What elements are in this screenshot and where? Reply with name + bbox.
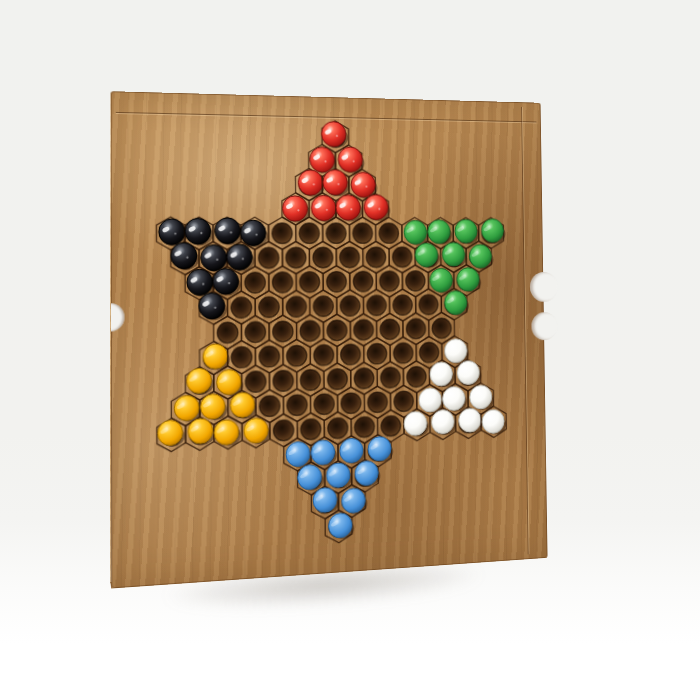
peg-red bbox=[310, 147, 335, 172]
peg-red bbox=[283, 196, 308, 221]
board-face bbox=[111, 91, 548, 588]
hole bbox=[366, 247, 386, 267]
hex-engraving bbox=[255, 340, 283, 373]
hex-engraving bbox=[325, 510, 352, 544]
hole bbox=[341, 393, 361, 414]
hole bbox=[329, 516, 349, 538]
peg-sparkle bbox=[230, 231, 232, 233]
peg-sparkle bbox=[228, 282, 230, 284]
peg-highlight bbox=[288, 448, 297, 456]
peg-shadow bbox=[161, 224, 187, 246]
peg-highlight bbox=[313, 447, 322, 455]
hex-engraving bbox=[199, 242, 227, 275]
hole bbox=[245, 371, 266, 392]
hole bbox=[175, 398, 196, 420]
hex-engraving bbox=[214, 366, 242, 400]
hole bbox=[419, 342, 438, 363]
hex-engraving bbox=[157, 418, 186, 452]
peg-blue bbox=[298, 464, 322, 490]
hole bbox=[301, 468, 321, 490]
peg-highlight bbox=[176, 402, 186, 410]
peg-shadow bbox=[288, 447, 312, 468]
peg-shadow bbox=[173, 248, 199, 270]
hex-engraving bbox=[270, 414, 298, 448]
hole bbox=[189, 423, 210, 445]
peg-yellow bbox=[174, 395, 199, 421]
peg-black bbox=[171, 243, 197, 269]
peg-red bbox=[336, 195, 360, 220]
hole bbox=[313, 296, 333, 317]
peg-shadow bbox=[229, 250, 254, 272]
hole bbox=[259, 346, 279, 367]
hole bbox=[217, 322, 238, 343]
peg-black bbox=[159, 219, 185, 245]
peg-red bbox=[311, 195, 336, 220]
peg-shadow bbox=[344, 493, 367, 515]
peg-shadow bbox=[203, 399, 228, 421]
peg-shadow bbox=[160, 425, 185, 447]
peg-highlight bbox=[299, 471, 308, 479]
hole bbox=[189, 223, 210, 244]
peg-shadow bbox=[201, 298, 227, 320]
hex-engraving bbox=[241, 266, 269, 299]
hole bbox=[273, 321, 293, 342]
finger-notch-left bbox=[96, 303, 125, 332]
hole bbox=[328, 466, 348, 488]
peg-shadow bbox=[189, 275, 215, 297]
hex-engraving bbox=[241, 217, 269, 249]
peg-highlight bbox=[243, 227, 252, 235]
hole bbox=[286, 247, 306, 268]
peg-shadow bbox=[285, 201, 310, 222]
hole bbox=[315, 492, 335, 514]
hole bbox=[161, 424, 182, 446]
peg-sparkle bbox=[202, 283, 204, 285]
peg-highlight bbox=[190, 276, 199, 284]
peg-highlight bbox=[315, 494, 324, 502]
peg-black bbox=[240, 220, 265, 246]
hole bbox=[299, 223, 319, 243]
hex-engraving bbox=[242, 415, 270, 449]
hole bbox=[392, 247, 411, 267]
hole bbox=[340, 247, 360, 267]
hole bbox=[393, 295, 412, 315]
hex-engraving bbox=[296, 266, 323, 298]
peg-red bbox=[298, 170, 323, 195]
peg-black bbox=[199, 293, 225, 319]
peg-red bbox=[351, 172, 375, 197]
hex-engraving bbox=[284, 438, 312, 472]
hole bbox=[381, 367, 401, 388]
peg-shadow bbox=[177, 401, 202, 423]
hex-engraving bbox=[241, 316, 269, 349]
peg-red bbox=[338, 147, 362, 172]
peg-highlight bbox=[232, 399, 241, 407]
peg-blue bbox=[342, 488, 365, 514]
hex-engraving bbox=[227, 291, 255, 324]
hole bbox=[327, 369, 347, 390]
hex-engraving bbox=[283, 339, 310, 372]
hole bbox=[355, 416, 375, 437]
hex-engraving bbox=[269, 315, 297, 348]
peg-red bbox=[321, 121, 346, 146]
hole bbox=[354, 319, 374, 340]
hex-engraving bbox=[297, 413, 324, 446]
peg-yellow bbox=[214, 419, 239, 445]
hex-engraving bbox=[255, 291, 283, 324]
hole bbox=[232, 396, 253, 418]
hole bbox=[353, 271, 373, 291]
peg-blue bbox=[328, 513, 352, 539]
hex-engraving bbox=[310, 339, 337, 372]
peg-red bbox=[323, 170, 348, 195]
hole bbox=[327, 320, 347, 341]
hex-engraving bbox=[228, 390, 256, 424]
hole bbox=[342, 490, 362, 512]
peg-highlight bbox=[341, 445, 350, 453]
peg-yellow bbox=[158, 420, 183, 446]
peg-black bbox=[213, 268, 239, 294]
hex-engraving bbox=[282, 242, 309, 274]
hex-engraving bbox=[171, 242, 199, 275]
hex-engraving bbox=[283, 290, 310, 323]
peg-shadow bbox=[189, 374, 214, 395]
hole bbox=[314, 443, 334, 465]
peg-highlight bbox=[216, 426, 225, 434]
peg-highlight bbox=[205, 350, 214, 358]
peg-highlight bbox=[285, 203, 293, 210]
hole bbox=[407, 366, 426, 387]
peg-shadow bbox=[246, 423, 270, 445]
hole bbox=[218, 422, 239, 444]
hex-engraving bbox=[200, 391, 228, 425]
peg-blue bbox=[340, 438, 363, 463]
hex-engraving bbox=[311, 437, 338, 471]
hole bbox=[353, 223, 373, 243]
hole bbox=[259, 395, 280, 417]
hole bbox=[258, 248, 278, 269]
hole bbox=[367, 343, 387, 364]
hole bbox=[245, 223, 265, 244]
hex-engraving bbox=[338, 484, 365, 518]
hole bbox=[314, 345, 334, 366]
hole bbox=[327, 271, 347, 292]
peg-shadow bbox=[313, 445, 337, 466]
peg-highlight bbox=[229, 251, 238, 259]
hex-engraving bbox=[256, 389, 284, 423]
hex-engraving bbox=[199, 292, 227, 325]
peg-black bbox=[187, 269, 213, 295]
hole bbox=[354, 368, 374, 389]
peg-shadow bbox=[215, 274, 241, 296]
hole bbox=[419, 294, 438, 314]
peg-yellow bbox=[244, 418, 268, 444]
peg-yellow bbox=[203, 344, 228, 369]
hole bbox=[381, 415, 401, 436]
scene bbox=[114, 96, 560, 570]
hole bbox=[217, 223, 238, 244]
hole bbox=[259, 297, 279, 318]
peg-sparkle bbox=[174, 233, 176, 235]
peg-sparkle bbox=[200, 232, 202, 234]
hole bbox=[314, 394, 334, 415]
hole bbox=[245, 272, 266, 293]
peg-blue bbox=[355, 461, 378, 486]
hex-engraving bbox=[268, 217, 295, 249]
peg-highlight bbox=[188, 375, 198, 383]
peg-yellow bbox=[188, 418, 213, 444]
peg-sparkle bbox=[214, 307, 216, 309]
hex-engraving bbox=[297, 462, 324, 496]
hole bbox=[300, 369, 320, 390]
peg-shadow bbox=[203, 250, 229, 272]
peg-shadow bbox=[233, 398, 257, 419]
hex-engraving bbox=[324, 412, 351, 445]
hex-engraving bbox=[325, 461, 352, 495]
peg-shadow bbox=[190, 424, 215, 446]
hole bbox=[287, 345, 307, 366]
peg-shadow bbox=[187, 224, 213, 246]
hex-engraving bbox=[228, 341, 256, 374]
hole bbox=[203, 297, 224, 318]
peg-shadow bbox=[243, 226, 268, 248]
hole bbox=[231, 347, 252, 368]
peg-highlight bbox=[202, 401, 212, 409]
peg-blue bbox=[311, 440, 335, 465]
hole bbox=[368, 392, 388, 413]
hole bbox=[287, 394, 307, 415]
hex-engraving bbox=[185, 267, 213, 300]
hex-engraving bbox=[227, 242, 255, 275]
hole bbox=[245, 322, 266, 343]
hex-engraving bbox=[297, 364, 324, 397]
peg-yellow bbox=[230, 392, 254, 418]
peg-sparkle bbox=[186, 256, 188, 258]
peg-shadow bbox=[329, 468, 353, 489]
hole bbox=[393, 343, 412, 364]
peg-highlight bbox=[202, 300, 211, 308]
peg-highlight bbox=[301, 177, 309, 184]
peg-highlight bbox=[218, 225, 227, 233]
peg-highlight bbox=[343, 495, 352, 503]
hole bbox=[406, 319, 425, 340]
peg-highlight bbox=[216, 275, 225, 283]
hex-engraving bbox=[311, 486, 338, 520]
peg-shadow bbox=[331, 518, 355, 540]
hole bbox=[203, 397, 224, 419]
hex-engraving bbox=[242, 365, 270, 398]
peg-highlight bbox=[174, 250, 183, 258]
hex-engraving bbox=[213, 267, 241, 300]
peg-highlight bbox=[218, 376, 227, 384]
peg-highlight bbox=[246, 425, 255, 433]
hole bbox=[367, 295, 387, 316]
hole bbox=[217, 372, 238, 394]
hole bbox=[380, 271, 400, 291]
hex-engraving bbox=[282, 193, 309, 225]
hole bbox=[287, 444, 307, 466]
peg-shadow bbox=[315, 493, 339, 515]
hole bbox=[189, 273, 210, 294]
hex-engraving bbox=[186, 417, 215, 451]
peg-black bbox=[185, 218, 211, 244]
peg-shadow bbox=[219, 375, 243, 396]
hole bbox=[341, 344, 361, 365]
hole bbox=[231, 248, 252, 269]
peg-highlight bbox=[188, 225, 197, 233]
peg-sparkle bbox=[216, 258, 218, 260]
hex-engraving bbox=[213, 316, 241, 349]
hole bbox=[286, 296, 306, 317]
hole bbox=[231, 297, 252, 318]
hole bbox=[313, 247, 333, 268]
product-photo bbox=[0, 0, 700, 700]
hex-engraving bbox=[171, 392, 200, 426]
hole bbox=[326, 223, 346, 243]
hex-engraving bbox=[283, 389, 310, 422]
hole bbox=[380, 319, 400, 340]
peg-shadow bbox=[300, 470, 324, 492]
peg-yellow bbox=[217, 369, 241, 394]
peg-highlight bbox=[159, 427, 169, 435]
hex-engraving bbox=[185, 367, 213, 401]
hex-engraving bbox=[255, 242, 283, 274]
hole bbox=[189, 373, 210, 395]
hole bbox=[300, 320, 320, 341]
hole bbox=[246, 421, 267, 443]
hole bbox=[394, 391, 414, 412]
peg-sparkle bbox=[297, 209, 299, 211]
hole bbox=[174, 248, 195, 269]
peg-black bbox=[227, 244, 252, 270]
hex-engraving bbox=[296, 315, 323, 348]
peg-highlight bbox=[190, 425, 200, 433]
hex-engraving bbox=[311, 388, 338, 421]
hole bbox=[203, 347, 224, 369]
peg-shadow bbox=[216, 425, 240, 447]
hole bbox=[203, 248, 224, 269]
hole bbox=[286, 199, 306, 220]
peg-shadow bbox=[205, 349, 230, 370]
hole bbox=[301, 419, 321, 441]
peg-highlight bbox=[162, 226, 171, 234]
peg-grid bbox=[111, 91, 548, 588]
hex-engraving bbox=[185, 217, 213, 250]
peg-red bbox=[364, 195, 388, 220]
hex-engraving bbox=[213, 217, 241, 250]
hex-engraving bbox=[214, 416, 242, 450]
peg-black bbox=[201, 245, 227, 271]
hole bbox=[432, 318, 451, 338]
peg-black bbox=[215, 218, 241, 244]
hole bbox=[217, 272, 238, 293]
hex-engraving bbox=[269, 364, 297, 397]
peg-blue bbox=[286, 441, 310, 467]
peg-blue bbox=[313, 487, 337, 513]
hex-engraving bbox=[156, 217, 185, 250]
hole bbox=[272, 223, 292, 244]
chinese-checkers-board bbox=[111, 91, 548, 588]
peg-highlight bbox=[328, 469, 337, 477]
peg-blue bbox=[326, 462, 350, 487]
hole bbox=[406, 271, 425, 291]
hole bbox=[160, 223, 181, 244]
hole bbox=[272, 272, 292, 293]
hole bbox=[273, 420, 293, 442]
hole bbox=[328, 417, 348, 438]
peg-sparkle bbox=[255, 234, 257, 236]
hole bbox=[340, 296, 360, 317]
peg-highlight bbox=[204, 252, 213, 260]
hex-engraving bbox=[269, 266, 297, 299]
peg-yellow bbox=[187, 368, 212, 394]
peg-highlight bbox=[330, 520, 339, 528]
peg-yellow bbox=[200, 394, 225, 420]
hole bbox=[273, 370, 293, 391]
peg-sparkle bbox=[242, 258, 244, 260]
hex-engraving bbox=[200, 341, 228, 375]
hole bbox=[379, 223, 399, 243]
peg-shadow bbox=[217, 223, 243, 245]
hole bbox=[300, 272, 320, 293]
